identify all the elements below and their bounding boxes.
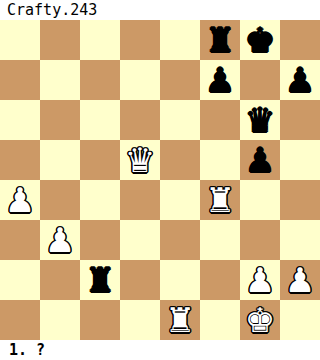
square-g2[interactable]: ♟︎ xyxy=(240,260,280,300)
square-d5[interactable]: ♛︎ xyxy=(120,140,160,180)
square-h2[interactable]: ♟︎ xyxy=(280,260,320,300)
square-d3[interactable] xyxy=(120,220,160,260)
white-queen[interactable]: ♛︎ xyxy=(125,140,155,180)
square-a2[interactable] xyxy=(0,260,40,300)
square-d7[interactable] xyxy=(120,60,160,100)
square-g4[interactable] xyxy=(240,180,280,220)
status-bar: 1. ? xyxy=(0,340,320,360)
chess-window: Crafty.243 ♜︎♚︎♟︎♟︎♛︎♛︎♟︎♟︎♜︎♟︎♜︎♟︎♟︎♜︎♚… xyxy=(0,0,320,360)
square-c2[interactable]: ♜︎ xyxy=(80,260,120,300)
square-a7[interactable] xyxy=(0,60,40,100)
square-b1[interactable] xyxy=(40,300,80,340)
square-b3[interactable]: ♟︎ xyxy=(40,220,80,260)
square-d6[interactable] xyxy=(120,100,160,140)
square-b8[interactable] xyxy=(40,20,80,60)
square-a6[interactable] xyxy=(0,100,40,140)
white-pawn[interactable]: ♟︎ xyxy=(5,180,35,220)
white-pawn[interactable]: ♟︎ xyxy=(285,260,315,300)
square-h5[interactable] xyxy=(280,140,320,180)
square-e4[interactable] xyxy=(160,180,200,220)
square-c6[interactable] xyxy=(80,100,120,140)
square-g6[interactable]: ♛︎ xyxy=(240,100,280,140)
square-e6[interactable] xyxy=(160,100,200,140)
square-f5[interactable] xyxy=(200,140,240,180)
white-rook[interactable]: ♜︎ xyxy=(205,180,235,220)
square-b7[interactable] xyxy=(40,60,80,100)
square-e8[interactable] xyxy=(160,20,200,60)
square-h7[interactable]: ♟︎ xyxy=(280,60,320,100)
square-g8[interactable]: ♚︎ xyxy=(240,20,280,60)
square-c5[interactable] xyxy=(80,140,120,180)
square-f7[interactable]: ♟︎ xyxy=(200,60,240,100)
square-g1[interactable]: ♚︎ xyxy=(240,300,280,340)
move-prompt: 1. ? xyxy=(0,340,45,360)
square-b5[interactable] xyxy=(40,140,80,180)
white-rook[interactable]: ♜︎ xyxy=(165,300,195,340)
square-a4[interactable]: ♟︎ xyxy=(0,180,40,220)
square-e3[interactable] xyxy=(160,220,200,260)
square-a8[interactable] xyxy=(0,20,40,60)
black-pawn[interactable]: ♟︎ xyxy=(245,140,275,180)
square-d4[interactable] xyxy=(120,180,160,220)
black-queen[interactable]: ♛︎ xyxy=(245,100,275,140)
square-f2[interactable] xyxy=(200,260,240,300)
square-h8[interactable] xyxy=(280,20,320,60)
title-bar: Crafty.243 xyxy=(0,0,320,20)
white-pawn[interactable]: ♟︎ xyxy=(45,220,75,260)
square-a5[interactable] xyxy=(0,140,40,180)
white-pawn[interactable]: ♟︎ xyxy=(245,260,275,300)
chess-board: ♜︎♚︎♟︎♟︎♛︎♛︎♟︎♟︎♜︎♟︎♜︎♟︎♟︎♜︎♚︎ xyxy=(0,20,320,340)
square-f8[interactable]: ♜︎ xyxy=(200,20,240,60)
square-f6[interactable] xyxy=(200,100,240,140)
square-g7[interactable] xyxy=(240,60,280,100)
square-c4[interactable] xyxy=(80,180,120,220)
black-king[interactable]: ♚︎ xyxy=(245,20,275,60)
square-e5[interactable] xyxy=(160,140,200,180)
square-c7[interactable] xyxy=(80,60,120,100)
square-e1[interactable]: ♜︎ xyxy=(160,300,200,340)
square-b2[interactable] xyxy=(40,260,80,300)
square-f3[interactable] xyxy=(200,220,240,260)
square-d1[interactable] xyxy=(120,300,160,340)
square-a1[interactable] xyxy=(0,300,40,340)
black-rook[interactable]: ♜︎ xyxy=(85,260,115,300)
square-d2[interactable] xyxy=(120,260,160,300)
square-e2[interactable] xyxy=(160,260,200,300)
square-f4[interactable]: ♜︎ xyxy=(200,180,240,220)
black-rook[interactable]: ♜︎ xyxy=(205,20,235,60)
square-b4[interactable] xyxy=(40,180,80,220)
square-c1[interactable] xyxy=(80,300,120,340)
square-d8[interactable] xyxy=(120,20,160,60)
square-c8[interactable] xyxy=(80,20,120,60)
square-g5[interactable]: ♟︎ xyxy=(240,140,280,180)
square-b6[interactable] xyxy=(40,100,80,140)
square-h4[interactable] xyxy=(280,180,320,220)
square-c3[interactable] xyxy=(80,220,120,260)
square-h1[interactable] xyxy=(280,300,320,340)
square-g3[interactable] xyxy=(240,220,280,260)
black-pawn[interactable]: ♟︎ xyxy=(285,60,315,100)
square-h6[interactable] xyxy=(280,100,320,140)
white-king[interactable]: ♚︎ xyxy=(245,300,275,340)
square-f1[interactable] xyxy=(200,300,240,340)
square-a3[interactable] xyxy=(0,220,40,260)
square-e7[interactable] xyxy=(160,60,200,100)
black-pawn[interactable]: ♟︎ xyxy=(205,60,235,100)
engine-label: Crafty.243 xyxy=(0,0,97,20)
square-h3[interactable] xyxy=(280,220,320,260)
